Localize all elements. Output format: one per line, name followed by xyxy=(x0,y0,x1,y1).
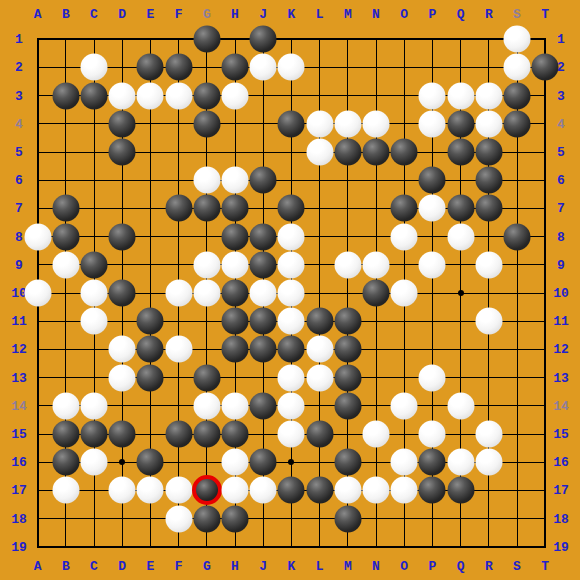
white-stone-P4[interactable] xyxy=(419,110,446,137)
black-stone-K7[interactable] xyxy=(278,195,305,222)
white-stone-R9[interactable] xyxy=(475,251,502,278)
black-stone-M14[interactable] xyxy=(334,392,361,419)
black-stone-D8[interactable] xyxy=(109,223,136,250)
white-stone-H3[interactable] xyxy=(222,82,249,109)
black-stone-M13[interactable] xyxy=(334,364,361,391)
top-label-C: C xyxy=(90,8,98,21)
grid-hline-19 xyxy=(37,546,547,548)
bottom-label-N: N xyxy=(372,560,380,573)
left-label-17: 17 xyxy=(11,484,27,497)
right-label-3: 3 xyxy=(557,89,565,102)
black-stone-N5[interactable] xyxy=(363,139,390,166)
right-label-11: 11 xyxy=(553,315,569,328)
black-stone-G18[interactable] xyxy=(193,505,220,532)
black-stone-S4[interactable] xyxy=(504,110,531,137)
white-stone-H9[interactable] xyxy=(222,251,249,278)
top-label-D: D xyxy=(118,8,126,21)
left-label-12: 12 xyxy=(11,343,27,356)
black-stone-H8[interactable] xyxy=(222,223,249,250)
top-label-J: J xyxy=(259,8,267,21)
white-stone-O16[interactable] xyxy=(391,449,418,476)
black-stone-S8[interactable] xyxy=(504,223,531,250)
right-label-19: 19 xyxy=(553,540,569,553)
white-stone-E3[interactable] xyxy=(137,82,164,109)
black-stone-H18[interactable] xyxy=(222,505,249,532)
white-stone-O17[interactable] xyxy=(391,477,418,504)
black-stone-Q7[interactable] xyxy=(447,195,474,222)
black-stone-G7[interactable] xyxy=(193,195,220,222)
black-stone-M12[interactable] xyxy=(334,336,361,363)
white-stone-O14[interactable] xyxy=(391,392,418,419)
bottom-label-K: K xyxy=(287,560,295,573)
black-stone-M16[interactable] xyxy=(334,449,361,476)
white-stone-G6[interactable] xyxy=(193,167,220,194)
left-label-11: 11 xyxy=(11,315,27,328)
black-stone-H12[interactable] xyxy=(222,336,249,363)
white-stone-J10[interactable] xyxy=(250,280,277,307)
black-stone-Q17[interactable] xyxy=(447,477,474,504)
black-stone-H11[interactable] xyxy=(222,308,249,335)
black-stone-D4[interactable] xyxy=(109,110,136,137)
bottom-label-C: C xyxy=(90,560,98,573)
bottom-label-B: B xyxy=(62,560,70,573)
white-stone-K8[interactable] xyxy=(278,223,305,250)
black-stone-R7[interactable] xyxy=(475,195,502,222)
bottom-label-Q: Q xyxy=(457,560,465,573)
top-label-G: G xyxy=(203,8,211,21)
black-stone-G15[interactable] xyxy=(193,421,220,448)
black-stone-G3[interactable] xyxy=(193,82,220,109)
black-stone-C9[interactable] xyxy=(81,251,108,278)
top-label-M: M xyxy=(344,8,352,21)
white-stone-K11[interactable] xyxy=(278,308,305,335)
top-label-T: T xyxy=(541,8,549,21)
white-stone-D13[interactable] xyxy=(109,364,136,391)
black-stone-C3[interactable] xyxy=(81,82,108,109)
black-stone-F15[interactable] xyxy=(165,421,192,448)
white-stone-A8[interactable] xyxy=(24,223,51,250)
right-label-6: 6 xyxy=(557,174,565,187)
bottom-label-R: R xyxy=(485,560,493,573)
top-label-H: H xyxy=(231,8,239,21)
black-stone-N10[interactable] xyxy=(363,280,390,307)
black-stone-R5[interactable] xyxy=(475,139,502,166)
white-stone-O8[interactable] xyxy=(391,223,418,250)
black-stone-M18[interactable] xyxy=(334,505,361,532)
top-label-R: R xyxy=(485,8,493,21)
white-stone-M17[interactable] xyxy=(334,477,361,504)
white-stone-S2[interactable] xyxy=(504,54,531,81)
right-label-14: 14 xyxy=(553,399,569,412)
top-label-K: K xyxy=(287,8,295,21)
black-stone-S3[interactable] xyxy=(504,82,531,109)
black-stone-J16[interactable] xyxy=(250,449,277,476)
left-label-8: 8 xyxy=(15,230,23,243)
white-stone-R11[interactable] xyxy=(475,308,502,335)
bottom-label-P: P xyxy=(428,560,436,573)
top-label-S: S xyxy=(513,8,521,21)
black-stone-L17[interactable] xyxy=(306,477,333,504)
black-stone-J11[interactable] xyxy=(250,308,277,335)
black-stone-F7[interactable] xyxy=(165,195,192,222)
right-label-15: 15 xyxy=(553,428,569,441)
white-stone-F18[interactable] xyxy=(165,505,192,532)
left-label-15: 15 xyxy=(11,428,27,441)
black-stone-J8[interactable] xyxy=(250,223,277,250)
star-point-D16 xyxy=(119,459,125,465)
white-stone-M4[interactable] xyxy=(334,110,361,137)
bottom-label-E: E xyxy=(146,560,154,573)
black-stone-C15[interactable] xyxy=(81,421,108,448)
white-stone-H17[interactable] xyxy=(222,477,249,504)
top-label-N: N xyxy=(372,8,380,21)
black-stone-Q5[interactable] xyxy=(447,139,474,166)
bottom-label-F: F xyxy=(175,560,183,573)
top-label-Q: Q xyxy=(457,8,465,21)
black-stone-G13[interactable] xyxy=(193,364,220,391)
white-stone-M9[interactable] xyxy=(334,251,361,278)
top-label-A: A xyxy=(34,8,42,21)
black-stone-F2[interactable] xyxy=(165,54,192,81)
bottom-label-A: A xyxy=(34,560,42,573)
left-label-9: 9 xyxy=(15,258,23,271)
bottom-label-S: S xyxy=(513,560,521,573)
black-stone-G17-last-move[interactable] xyxy=(192,475,222,505)
white-stone-G10[interactable] xyxy=(193,280,220,307)
white-stone-B17[interactable] xyxy=(52,477,79,504)
left-label-3: 3 xyxy=(15,89,23,102)
right-label-4: 4 xyxy=(557,117,565,130)
white-stone-H6[interactable] xyxy=(222,167,249,194)
black-stone-J12[interactable] xyxy=(250,336,277,363)
black-stone-K4[interactable] xyxy=(278,110,305,137)
right-label-18: 18 xyxy=(553,512,569,525)
go-board[interactable]: AABBCCDDEEFFGGHHJJKKLLMMNNOOPPQQRRSSTT11… xyxy=(0,0,580,580)
left-label-16: 16 xyxy=(11,456,27,469)
black-stone-E13[interactable] xyxy=(137,364,164,391)
right-label-17: 17 xyxy=(553,484,569,497)
left-label-13: 13 xyxy=(11,371,27,384)
white-stone-E17[interactable] xyxy=(137,477,164,504)
black-stone-O5[interactable] xyxy=(391,139,418,166)
black-stone-D15[interactable] xyxy=(109,421,136,448)
white-stone-Q3[interactable] xyxy=(447,82,474,109)
right-label-9: 9 xyxy=(557,258,565,271)
white-stone-R3[interactable] xyxy=(475,82,502,109)
black-stone-L15[interactable] xyxy=(306,421,333,448)
white-stone-D12[interactable] xyxy=(109,336,136,363)
white-stone-K9[interactable] xyxy=(278,251,305,278)
black-stone-J6[interactable] xyxy=(250,167,277,194)
right-label-12: 12 xyxy=(553,343,569,356)
top-label-E: E xyxy=(146,8,154,21)
star-point-K16 xyxy=(288,459,294,465)
black-stone-D10[interactable] xyxy=(109,280,136,307)
black-stone-E16[interactable] xyxy=(137,449,164,476)
white-stone-Q8[interactable] xyxy=(447,223,474,250)
black-stone-D5[interactable] xyxy=(109,139,136,166)
left-label-2: 2 xyxy=(15,61,23,74)
white-stone-L5[interactable] xyxy=(306,139,333,166)
black-stone-G4[interactable] xyxy=(193,110,220,137)
left-label-7: 7 xyxy=(15,202,23,215)
black-stone-J14[interactable] xyxy=(250,392,277,419)
black-stone-P6[interactable] xyxy=(419,167,446,194)
white-stone-P7[interactable] xyxy=(419,195,446,222)
white-stone-Q16[interactable] xyxy=(447,449,474,476)
white-stone-Q14[interactable] xyxy=(447,392,474,419)
right-label-5: 5 xyxy=(557,146,565,159)
white-stone-N17[interactable] xyxy=(363,477,390,504)
right-label-8: 8 xyxy=(557,230,565,243)
white-stone-A10[interactable] xyxy=(24,280,51,307)
white-stone-P9[interactable] xyxy=(419,251,446,278)
black-stone-M5[interactable] xyxy=(334,139,361,166)
left-label-19: 19 xyxy=(11,540,27,553)
black-stone-T2[interactable] xyxy=(532,54,559,81)
black-stone-Q4[interactable] xyxy=(447,110,474,137)
white-stone-F17[interactable] xyxy=(165,477,192,504)
black-stone-H10[interactable] xyxy=(222,280,249,307)
left-label-5: 5 xyxy=(15,146,23,159)
bottom-label-L: L xyxy=(316,560,324,573)
left-label-14: 14 xyxy=(11,399,27,412)
white-stone-N4[interactable] xyxy=(363,110,390,137)
top-label-F: F xyxy=(175,8,183,21)
white-stone-F10[interactable] xyxy=(165,280,192,307)
white-stone-C16[interactable] xyxy=(81,449,108,476)
bottom-label-H: H xyxy=(231,560,239,573)
bottom-label-T: T xyxy=(541,560,549,573)
right-label-13: 13 xyxy=(553,371,569,384)
black-stone-H2[interactable] xyxy=(222,54,249,81)
white-stone-J2[interactable] xyxy=(250,54,277,81)
black-stone-G1[interactable] xyxy=(193,26,220,53)
white-stone-H16[interactable] xyxy=(222,449,249,476)
black-stone-P16[interactable] xyxy=(419,449,446,476)
black-stone-H7[interactable] xyxy=(222,195,249,222)
white-stone-G9[interactable] xyxy=(193,251,220,278)
black-stone-B3[interactable] xyxy=(52,82,79,109)
white-stone-P13[interactable] xyxy=(419,364,446,391)
black-stone-O7[interactable] xyxy=(391,195,418,222)
white-stone-P3[interactable] xyxy=(419,82,446,109)
black-stone-E12[interactable] xyxy=(137,336,164,363)
white-stone-R16[interactable] xyxy=(475,449,502,476)
bottom-label-D: D xyxy=(118,560,126,573)
right-label-1: 1 xyxy=(557,33,565,46)
white-stone-L4[interactable] xyxy=(306,110,333,137)
white-stone-F12[interactable] xyxy=(165,336,192,363)
top-label-O: O xyxy=(400,8,408,21)
left-label-4: 4 xyxy=(15,117,23,130)
bottom-label-J: J xyxy=(259,560,267,573)
white-stone-K2[interactable] xyxy=(278,54,305,81)
top-label-L: L xyxy=(316,8,324,21)
white-stone-K13[interactable] xyxy=(278,364,305,391)
black-stone-K12[interactable] xyxy=(278,336,305,363)
white-stone-L12[interactable] xyxy=(306,336,333,363)
black-stone-B8[interactable] xyxy=(52,223,79,250)
white-stone-R4[interactable] xyxy=(475,110,502,137)
black-stone-L11[interactable] xyxy=(306,308,333,335)
black-stone-J9[interactable] xyxy=(250,251,277,278)
white-stone-S1[interactable] xyxy=(504,26,531,53)
right-label-7: 7 xyxy=(557,202,565,215)
white-stone-R15[interactable] xyxy=(475,421,502,448)
black-stone-R6[interactable] xyxy=(475,167,502,194)
white-stone-C2[interactable] xyxy=(81,54,108,81)
white-stone-B14[interactable] xyxy=(52,392,79,419)
white-stone-C10[interactable] xyxy=(81,280,108,307)
black-stone-B7[interactable] xyxy=(52,195,79,222)
black-stone-J1[interactable] xyxy=(250,26,277,53)
star-point-Q10 xyxy=(458,290,464,296)
black-stone-M11[interactable] xyxy=(334,308,361,335)
black-stone-K17[interactable] xyxy=(278,477,305,504)
black-stone-E11[interactable] xyxy=(137,308,164,335)
right-label-16: 16 xyxy=(553,456,569,469)
white-stone-N9[interactable] xyxy=(363,251,390,278)
white-stone-F3[interactable] xyxy=(165,82,192,109)
black-stone-H15[interactable] xyxy=(222,421,249,448)
white-stone-G14[interactable] xyxy=(193,392,220,419)
black-stone-P17[interactable] xyxy=(419,477,446,504)
top-label-B: B xyxy=(62,8,70,21)
white-stone-J17[interactable] xyxy=(250,477,277,504)
bottom-label-G: G xyxy=(203,560,211,573)
white-stone-K10[interactable] xyxy=(278,280,305,307)
white-stone-O10[interactable] xyxy=(391,280,418,307)
white-stone-L13[interactable] xyxy=(306,364,333,391)
white-stone-D3[interactable] xyxy=(109,82,136,109)
grid-hline-18 xyxy=(37,518,547,519)
right-label-10: 10 xyxy=(553,287,569,300)
left-label-18: 18 xyxy=(11,512,27,525)
black-stone-B15[interactable] xyxy=(52,421,79,448)
white-stone-C11[interactable] xyxy=(81,308,108,335)
black-stone-E2[interactable] xyxy=(137,54,164,81)
white-stone-D17[interactable] xyxy=(109,477,136,504)
bottom-label-M: M xyxy=(344,560,352,573)
bottom-label-O: O xyxy=(400,560,408,573)
white-stone-C14[interactable] xyxy=(81,392,108,419)
white-stone-N15[interactable] xyxy=(363,421,390,448)
white-stone-B9[interactable] xyxy=(52,251,79,278)
white-stone-H14[interactable] xyxy=(222,392,249,419)
black-stone-B16[interactable] xyxy=(52,449,79,476)
white-stone-P15[interactable] xyxy=(419,421,446,448)
left-label-6: 6 xyxy=(15,174,23,187)
white-stone-K14[interactable] xyxy=(278,392,305,419)
grid-vline-T xyxy=(544,38,546,548)
left-label-1: 1 xyxy=(15,33,23,46)
top-label-P: P xyxy=(428,8,436,21)
white-stone-K15[interactable] xyxy=(278,421,305,448)
